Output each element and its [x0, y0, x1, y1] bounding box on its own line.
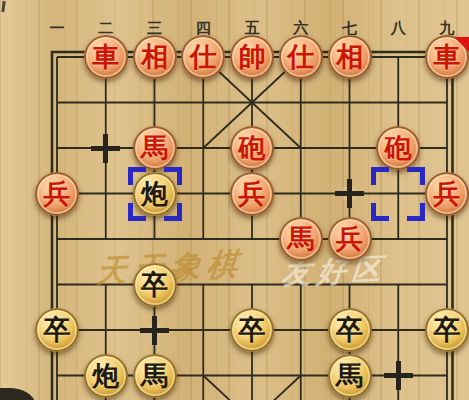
last-move-bracket [128, 167, 182, 221]
piece-character: 卒 [425, 308, 469, 351]
piece-character: 馬 [133, 126, 177, 169]
piece-red-soldier[interactable]: 兵 [328, 217, 372, 261]
piece-red-elephant[interactable]: 相 [328, 35, 372, 79]
column-label-8: 八 [391, 20, 406, 36]
red-triangle-badge [454, 37, 469, 52]
piece-red-soldier[interactable]: 兵 [230, 172, 274, 216]
column-label-7: 七 [342, 20, 357, 36]
piece-black-cannon[interactable]: 炮 [84, 354, 128, 398]
piece-character: 馬 [328, 354, 372, 397]
piece-character: 兵 [328, 217, 372, 260]
xiangqi-board[interactable]: 一二三四五六七八九 車相仕帥仕相車馬砲砲兵炮兵兵馬兵卒卒卒卒卒炮馬馬 天天象棋 … [0, 0, 469, 400]
piece-character: 卒 [35, 308, 79, 351]
piece-black-horse[interactable]: 馬 [328, 354, 372, 398]
piece-black-soldier[interactable]: 卒 [230, 308, 274, 352]
piece-red-elephant[interactable]: 相 [133, 35, 177, 79]
column-label-6: 六 [293, 20, 308, 36]
piece-red-advisor[interactable]: 仕 [181, 35, 225, 79]
column-label-3: 三 [147, 20, 162, 36]
piece-character: 馬 [279, 217, 323, 260]
piece-character: 相 [133, 35, 177, 78]
column-label-2: 二 [98, 20, 113, 36]
piece-character: 砲 [230, 126, 274, 169]
piece-character: 車 [84, 35, 128, 78]
piece-red-general[interactable]: 帥 [230, 35, 274, 79]
last-move-bracket [371, 167, 425, 221]
piece-character: 卒 [230, 308, 274, 351]
point-marker [383, 360, 414, 391]
piece-character: 卒 [328, 308, 372, 351]
piece-character: 仕 [181, 35, 225, 78]
column-label-9: 九 [440, 20, 455, 36]
piece-character: 仕 [279, 35, 323, 78]
column-label-5: 五 [245, 20, 260, 36]
piece-black-horse[interactable]: 馬 [133, 354, 177, 398]
point-marker [90, 133, 121, 164]
column-label-4: 四 [196, 20, 211, 36]
piece-red-cannon[interactable]: 砲 [230, 126, 274, 170]
piece-character: 兵 [425, 172, 469, 215]
piece-red-chariot[interactable]: 車 [84, 35, 128, 79]
piece-red-horse[interactable]: 馬 [279, 217, 323, 261]
piece-character: 馬 [133, 354, 177, 397]
piece-character: 卒 [133, 263, 177, 306]
piece-red-soldier[interactable]: 兵 [35, 172, 79, 216]
piece-red-horse[interactable]: 馬 [133, 126, 177, 170]
piece-character: 炮 [84, 354, 128, 397]
point-marker [139, 315, 170, 346]
piece-character: 砲 [376, 126, 420, 169]
piece-black-soldier[interactable]: 卒 [328, 308, 372, 352]
piece-character: 相 [328, 35, 372, 78]
point-marker [334, 178, 365, 209]
column-label-1: 一 [50, 20, 65, 36]
piece-black-soldier[interactable]: 卒 [425, 308, 469, 352]
piece-character: 兵 [230, 172, 274, 215]
piece-black-soldier[interactable]: 卒 [133, 263, 177, 307]
piece-red-soldier[interactable]: 兵 [425, 172, 469, 216]
piece-character: 帥 [230, 35, 274, 78]
piece-red-advisor[interactable]: 仕 [279, 35, 323, 79]
piece-character: 兵 [35, 172, 79, 215]
piece-red-cannon[interactable]: 砲 [376, 126, 420, 170]
piece-black-soldier[interactable]: 卒 [35, 308, 79, 352]
